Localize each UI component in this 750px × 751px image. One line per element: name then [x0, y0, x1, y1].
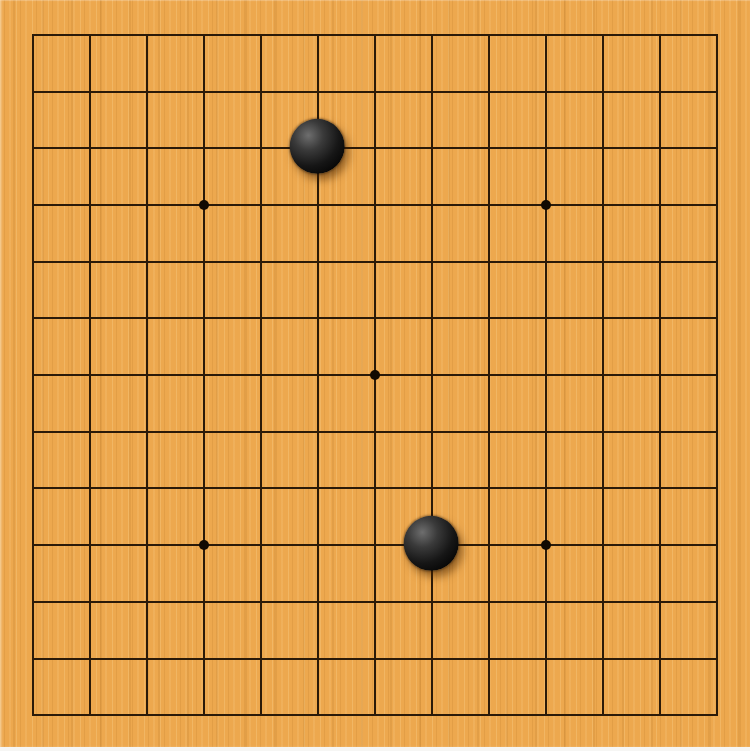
board-intersection[interactable]: [461, 574, 518, 631]
grid-line-vertical: [659, 460, 661, 517]
board-intersection[interactable]: [632, 574, 689, 631]
board-intersection[interactable]: [290, 63, 347, 120]
board-intersection[interactable]: [233, 460, 290, 517]
board-intersection[interactable]: [62, 630, 119, 687]
board-intersection[interactable]: [176, 347, 233, 404]
board-intersection[interactable]: [119, 687, 176, 744]
board-intersection[interactable]: [233, 403, 290, 460]
grid-line-vertical: [317, 630, 319, 687]
grid-line-horizontal: [32, 374, 62, 376]
board-intersection[interactable]: [290, 403, 347, 460]
board-intersection[interactable]: [518, 63, 575, 120]
board-intersection[interactable]: [347, 687, 404, 744]
board-intersection[interactable]: [62, 63, 119, 120]
grid-line-vertical: [317, 63, 319, 120]
board-intersection[interactable]: [461, 347, 518, 404]
grid-line-vertical: [545, 460, 547, 517]
board-intersection[interactable]: [347, 517, 404, 574]
grid-line-vertical: [146, 63, 148, 120]
board-intersection[interactable]: [632, 517, 689, 574]
grid-line-horizontal: [32, 34, 62, 36]
board-intersection[interactable]: [62, 403, 119, 460]
board-intersection[interactable]: [575, 403, 632, 460]
board-intersection[interactable]: [62, 460, 119, 517]
board-intersection[interactable]: [689, 403, 746, 460]
grid-line-vertical: [374, 290, 376, 347]
grid-line-vertical: [488, 574, 490, 631]
board-intersection[interactable]: [5, 574, 62, 631]
grid-line-vertical: [317, 347, 319, 404]
black-stone: [404, 516, 459, 571]
board-intersection[interactable]: [689, 120, 746, 177]
board-intersection[interactable]: [689, 460, 746, 517]
grid-line-vertical: [659, 177, 661, 234]
grid-line-vertical: [659, 574, 661, 631]
board-intersection[interactable]: [575, 120, 632, 177]
board-intersection[interactable]: [62, 574, 119, 631]
grid-line-vertical: [659, 630, 661, 687]
board-intersection[interactable]: [518, 120, 575, 177]
board-intersection[interactable]: [347, 347, 404, 404]
board-intersection[interactable]: [461, 177, 518, 234]
grid-line-vertical: [89, 347, 91, 404]
grid-line-vertical: [659, 687, 661, 716]
board-intersection[interactable]: [404, 120, 461, 177]
board-intersection[interactable]: [575, 177, 632, 234]
board-intersection[interactable]: [290, 460, 347, 517]
board-intersection[interactable]: [689, 290, 746, 347]
grid-line-vertical: [602, 347, 604, 404]
board-intersection[interactable]: [518, 517, 575, 574]
board-intersection[interactable]: [176, 687, 233, 744]
star-point: [541, 200, 551, 210]
grid-line-vertical: [659, 403, 661, 460]
grid-line-vertical: [659, 233, 661, 290]
board-intersection[interactable]: [5, 347, 62, 404]
board-intersection[interactable]: [119, 403, 176, 460]
board-intersection[interactable]: [233, 120, 290, 177]
grid-line-vertical: [374, 34, 376, 63]
board-intersection[interactable]: [404, 574, 461, 631]
grid-line-vertical: [317, 687, 319, 716]
grid-line-vertical: [260, 460, 262, 517]
grid-line-vertical: [260, 233, 262, 290]
board-intersection[interactable]: [176, 290, 233, 347]
grid-line-vertical: [431, 290, 433, 347]
board-intersection[interactable]: [689, 177, 746, 234]
board-intersection[interactable]: [119, 7, 176, 64]
board-intersection[interactable]: [347, 290, 404, 347]
board-intersection[interactable]: [176, 403, 233, 460]
grid-line-vertical: [602, 460, 604, 517]
grid-line-vertical: [431, 63, 433, 120]
grid-line-vertical: [716, 290, 718, 347]
board-intersection[interactable]: [62, 517, 119, 574]
board-intersection[interactable]: [119, 460, 176, 517]
grid-line-vertical: [431, 347, 433, 404]
grid-line-vertical: [203, 687, 205, 716]
grid-line-vertical: [89, 574, 91, 631]
grid-line-vertical: [317, 517, 319, 574]
board-intersection[interactable]: [62, 233, 119, 290]
board-intersection[interactable]: [5, 687, 62, 744]
board-intersection[interactable]: [5, 630, 62, 687]
grid-line-vertical: [89, 233, 91, 290]
board-intersection[interactable]: [461, 120, 518, 177]
board-intersection[interactable]: [575, 460, 632, 517]
grid-line-vertical: [716, 403, 718, 460]
board-intersection[interactable]: [575, 687, 632, 744]
board-intersection[interactable]: [575, 290, 632, 347]
grid-line-vertical: [32, 460, 34, 517]
grid-line-vertical: [89, 403, 91, 460]
grid-line-vertical: [146, 630, 148, 687]
board-intersection[interactable]: [290, 120, 347, 177]
board-intersection[interactable]: [290, 290, 347, 347]
board-intersection[interactable]: [233, 63, 290, 120]
grid-line-vertical: [203, 460, 205, 517]
grid-line-vertical: [203, 63, 205, 120]
grid-line-vertical: [32, 233, 34, 290]
board-intersection[interactable]: [290, 687, 347, 744]
grid-line-vertical: [716, 347, 718, 404]
grid-line-horizontal: [689, 147, 719, 149]
grid-line-vertical: [32, 630, 34, 687]
board-intersection[interactable]: [233, 7, 290, 64]
board-intersection[interactable]: [290, 517, 347, 574]
grid-line-vertical: [146, 460, 148, 517]
grid-line-vertical: [716, 630, 718, 687]
grid-line-horizontal: [689, 601, 719, 603]
go-board[interactable]: [0, 0, 750, 747]
board-intersection[interactable]: [575, 347, 632, 404]
grid-line-vertical: [602, 403, 604, 460]
board-intersection[interactable]: [233, 290, 290, 347]
grid-line-vertical: [545, 687, 547, 716]
board-intersection[interactable]: [632, 233, 689, 290]
board-intersection[interactable]: [461, 687, 518, 744]
board-intersection[interactable]: [404, 63, 461, 120]
board-intersection[interactable]: [575, 233, 632, 290]
grid-line-vertical: [716, 460, 718, 517]
grid-line-vertical: [716, 233, 718, 290]
board-intersection[interactable]: [404, 403, 461, 460]
grid-line-vertical: [545, 120, 547, 177]
grid-line-vertical: [32, 517, 34, 574]
board-intersection[interactable]: [176, 574, 233, 631]
board-intersection[interactable]: [404, 460, 461, 517]
grid-line-vertical: [374, 460, 376, 517]
grid-line-vertical: [260, 574, 262, 631]
board-intersection[interactable]: [689, 7, 746, 64]
board-intersection[interactable]: [119, 630, 176, 687]
board-intersection[interactable]: [233, 687, 290, 744]
board-intersection[interactable]: [5, 63, 62, 120]
grid-line-horizontal: [689, 544, 719, 546]
grid-line-vertical: [488, 120, 490, 177]
grid-line-vertical: [260, 177, 262, 234]
board-intersection[interactable]: [461, 233, 518, 290]
grid-line-vertical: [659, 34, 661, 63]
board-intersection[interactable]: [347, 460, 404, 517]
board-intersection[interactable]: [461, 403, 518, 460]
grid-line-vertical: [602, 290, 604, 347]
go-board-grid: [5, 7, 746, 744]
board-intersection[interactable]: [347, 574, 404, 631]
board-intersection[interactable]: [575, 517, 632, 574]
board-intersection[interactable]: [404, 177, 461, 234]
grid-line-horizontal: [689, 487, 719, 489]
grid-line-vertical: [716, 177, 718, 234]
board-intersection[interactable]: [461, 517, 518, 574]
board-intersection[interactable]: [518, 347, 575, 404]
board-intersection[interactable]: [5, 403, 62, 460]
board-intersection[interactable]: [233, 630, 290, 687]
board-intersection[interactable]: [290, 630, 347, 687]
star-point: [199, 200, 209, 210]
board-intersection[interactable]: [176, 63, 233, 120]
grid-line-vertical: [146, 687, 148, 716]
board-intersection[interactable]: [404, 687, 461, 744]
board-intersection[interactable]: [461, 63, 518, 120]
grid-line-vertical: [317, 460, 319, 517]
grid-line-vertical: [602, 120, 604, 177]
board-intersection[interactable]: [689, 517, 746, 574]
grid-line-vertical: [260, 120, 262, 177]
board-intersection[interactable]: [119, 574, 176, 631]
board-intersection[interactable]: [518, 177, 575, 234]
board-intersection[interactable]: [632, 630, 689, 687]
board-intersection[interactable]: [461, 460, 518, 517]
grid-line-vertical: [431, 177, 433, 234]
grid-line-vertical: [203, 233, 205, 290]
grid-line-vertical: [488, 34, 490, 63]
board-intersection[interactable]: [233, 177, 290, 234]
board-intersection[interactable]: [518, 460, 575, 517]
board-intersection[interactable]: [233, 233, 290, 290]
board-intersection[interactable]: [176, 517, 233, 574]
grid-line-horizontal: [689, 714, 719, 716]
grid-line-vertical: [146, 177, 148, 234]
board-intersection[interactable]: [62, 347, 119, 404]
board-intersection[interactable]: [5, 7, 62, 64]
board-intersection[interactable]: [689, 63, 746, 120]
grid-line-vertical: [545, 34, 547, 63]
board-intersection[interactable]: [689, 630, 746, 687]
board-intersection[interactable]: [632, 177, 689, 234]
board-intersection[interactable]: [632, 347, 689, 404]
grid-line-vertical: [659, 517, 661, 574]
board-intersection[interactable]: [404, 517, 461, 574]
grid-line-vertical: [545, 63, 547, 120]
grid-line-vertical: [659, 290, 661, 347]
board-intersection[interactable]: [404, 233, 461, 290]
board-intersection[interactable]: [119, 63, 176, 120]
grid-line-vertical: [374, 120, 376, 177]
grid-line-vertical: [488, 290, 490, 347]
grid-line-vertical: [32, 574, 34, 631]
board-intersection[interactable]: [347, 63, 404, 120]
grid-line-vertical: [716, 687, 718, 716]
grid-line-vertical: [602, 63, 604, 120]
grid-line-vertical: [89, 460, 91, 517]
board-intersection[interactable]: [347, 233, 404, 290]
board-intersection[interactable]: [233, 347, 290, 404]
board-intersection[interactable]: [632, 460, 689, 517]
board-intersection[interactable]: [347, 120, 404, 177]
grid-line-vertical: [146, 517, 148, 574]
grid-line-vertical: [545, 630, 547, 687]
board-intersection[interactable]: [5, 120, 62, 177]
board-intersection[interactable]: [518, 403, 575, 460]
board-intersection[interactable]: [5, 290, 62, 347]
board-intersection[interactable]: [347, 7, 404, 64]
grid-line-vertical: [659, 63, 661, 120]
grid-line-vertical: [602, 177, 604, 234]
grid-line-vertical: [146, 347, 148, 404]
grid-line-vertical: [317, 290, 319, 347]
board-intersection[interactable]: [461, 290, 518, 347]
grid-line-vertical: [89, 290, 91, 347]
board-intersection[interactable]: [176, 460, 233, 517]
board-intersection[interactable]: [347, 403, 404, 460]
grid-line-vertical: [89, 34, 91, 63]
grid-line-vertical: [602, 687, 604, 716]
board-intersection[interactable]: [632, 7, 689, 64]
board-intersection[interactable]: [632, 63, 689, 120]
board-intersection[interactable]: [119, 233, 176, 290]
board-intersection[interactable]: [290, 177, 347, 234]
board-intersection[interactable]: [404, 7, 461, 64]
board-intersection[interactable]: [575, 630, 632, 687]
grid-line-vertical: [317, 403, 319, 460]
board-intersection[interactable]: [62, 177, 119, 234]
grid-line-vertical: [374, 233, 376, 290]
board-intersection[interactable]: [119, 347, 176, 404]
grid-line-vertical: [488, 687, 490, 716]
grid-line-horizontal: [32, 658, 62, 660]
board-intersection[interactable]: [632, 290, 689, 347]
grid-line-vertical: [374, 630, 376, 687]
board-intersection[interactable]: [518, 290, 575, 347]
board-intersection[interactable]: [404, 630, 461, 687]
grid-line-vertical: [374, 574, 376, 631]
grid-line-vertical: [545, 290, 547, 347]
grid-line-vertical: [659, 347, 661, 404]
board-intersection[interactable]: [176, 120, 233, 177]
board-intersection[interactable]: [119, 177, 176, 234]
board-intersection[interactable]: [518, 687, 575, 744]
board-intersection[interactable]: [233, 517, 290, 574]
grid-line-vertical: [374, 517, 376, 574]
grid-line-vertical: [317, 34, 319, 63]
board-intersection[interactable]: [290, 233, 347, 290]
board-intersection[interactable]: [62, 290, 119, 347]
board-intersection[interactable]: [233, 574, 290, 631]
grid-line-vertical: [431, 574, 433, 631]
grid-line-horizontal: [689, 431, 719, 433]
board-intersection[interactable]: [518, 630, 575, 687]
board-intersection[interactable]: [404, 347, 461, 404]
grid-line-vertical: [431, 34, 433, 63]
board-intersection[interactable]: [689, 574, 746, 631]
board-intersection[interactable]: [62, 7, 119, 64]
board-intersection[interactable]: [5, 233, 62, 290]
board-intersection[interactable]: [119, 517, 176, 574]
board-intersection[interactable]: [689, 347, 746, 404]
grid-line-vertical: [203, 120, 205, 177]
grid-line-vertical: [203, 630, 205, 687]
board-intersection[interactable]: [518, 233, 575, 290]
board-intersection[interactable]: [176, 7, 233, 64]
grid-line-vertical: [716, 34, 718, 63]
board-intersection[interactable]: [290, 574, 347, 631]
board-intersection[interactable]: [347, 630, 404, 687]
grid-line-vertical: [602, 630, 604, 687]
board-intersection[interactable]: [404, 290, 461, 347]
grid-line-horizontal: [689, 261, 719, 263]
grid-line-vertical: [146, 574, 148, 631]
grid-line-vertical: [260, 63, 262, 120]
grid-line-vertical: [374, 177, 376, 234]
board-intersection[interactable]: [632, 403, 689, 460]
grid-line-vertical: [374, 63, 376, 120]
board-intersection[interactable]: [575, 574, 632, 631]
grid-line-vertical: [260, 403, 262, 460]
grid-line-horizontal: [689, 317, 719, 319]
board-intersection[interactable]: [575, 7, 632, 64]
board-intersection[interactable]: [62, 687, 119, 744]
grid-line-vertical: [716, 574, 718, 631]
board-intersection[interactable]: [290, 7, 347, 64]
board-intersection[interactable]: [689, 687, 746, 744]
board-intersection[interactable]: [119, 120, 176, 177]
board-intersection[interactable]: [461, 630, 518, 687]
grid-line-vertical: [374, 403, 376, 460]
board-intersection[interactable]: [290, 347, 347, 404]
grid-line-vertical: [317, 177, 319, 234]
board-intersection[interactable]: [632, 687, 689, 744]
board-intersection[interactable]: [518, 574, 575, 631]
board-intersection[interactable]: [62, 120, 119, 177]
board-intersection[interactable]: [632, 120, 689, 177]
grid-line-horizontal: [32, 147, 62, 149]
board-intersection[interactable]: [176, 630, 233, 687]
grid-line-horizontal: [32, 601, 62, 603]
grid-line-horizontal: [689, 204, 719, 206]
grid-line-vertical: [89, 120, 91, 177]
grid-line-vertical: [203, 290, 205, 347]
grid-line-vertical: [89, 177, 91, 234]
board-intersection[interactable]: [518, 7, 575, 64]
grid-line-vertical: [431, 460, 433, 517]
grid-line-vertical: [602, 233, 604, 290]
grid-line-vertical: [146, 403, 148, 460]
board-intersection[interactable]: [5, 460, 62, 517]
board-intersection[interactable]: [461, 7, 518, 64]
board-intersection[interactable]: [119, 290, 176, 347]
board-intersection[interactable]: [689, 233, 746, 290]
grid-line-vertical: [32, 687, 34, 716]
grid-line-vertical: [32, 63, 34, 120]
board-intersection[interactable]: [347, 177, 404, 234]
board-intersection[interactable]: [5, 517, 62, 574]
grid-line-horizontal: [32, 204, 62, 206]
board-intersection[interactable]: [176, 177, 233, 234]
board-intersection[interactable]: [5, 177, 62, 234]
board-intersection[interactable]: [176, 233, 233, 290]
board-intersection[interactable]: [575, 63, 632, 120]
